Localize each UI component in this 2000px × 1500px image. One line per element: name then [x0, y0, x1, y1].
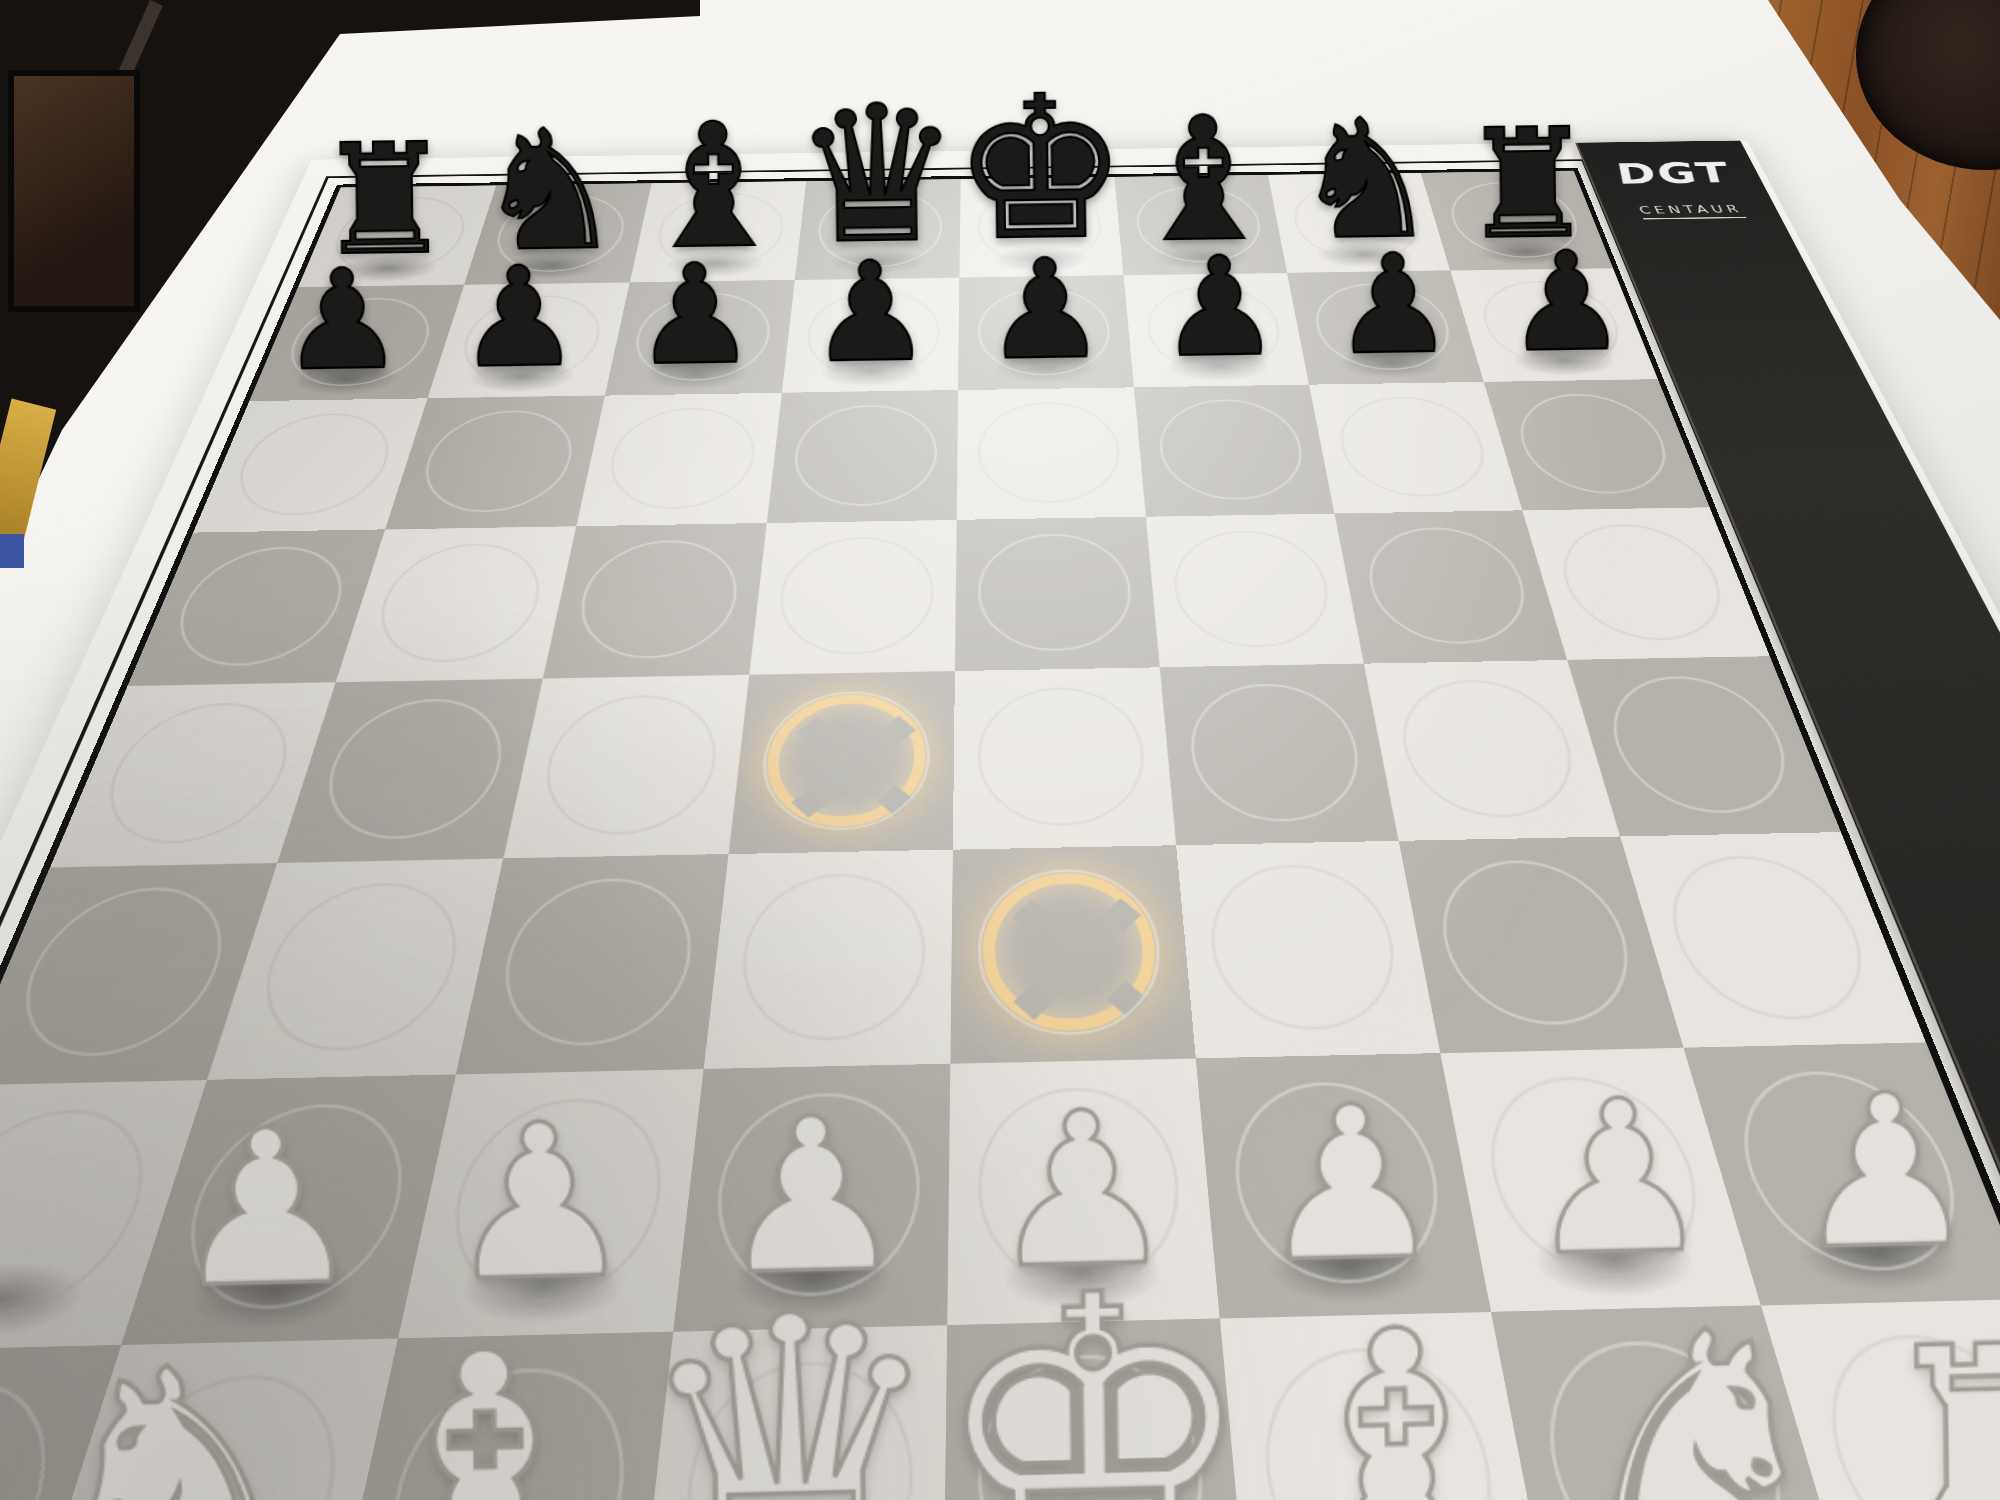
piece-white-pawn-b2[interactable]: ♟ — [168, 1100, 363, 1317]
square-f5[interactable] — [1146, 513, 1364, 667]
piece-white-bishop-f1[interactable]: ♝ — [1252, 1286, 1539, 1500]
square-f3[interactable] — [1176, 841, 1440, 1059]
board-surface: ♜♞♝♛♚♝♞♜♟♟♟♟♟♟♟♟♟♟♟♟♟♟♟♟♜♞♝♛♚♝♞♜ DGT CEN… — [0, 140, 2000, 1500]
square-c4[interactable] — [503, 675, 749, 859]
piece-white-king-e1[interactable]: ♚ — [927, 1245, 1259, 1500]
square-d6[interactable] — [767, 390, 958, 523]
led-ring-gap — [798, 717, 834, 746]
piece-black-pawn-f7[interactable]: ♟ — [1157, 238, 1281, 376]
square-c6[interactable] — [576, 393, 782, 526]
square-f4[interactable] — [1160, 664, 1399, 846]
square-e7[interactable]: ♟ — [958, 275, 1134, 390]
piece-black-pawn-d7[interactable]: ♟ — [808, 243, 933, 382]
piece-white-pawn-f2[interactable]: ♟ — [1255, 1076, 1446, 1291]
piece-black-pawn-e7[interactable]: ♟ — [983, 240, 1107, 378]
led-ring-d4 — [760, 693, 927, 828]
square-e1[interactable]: ♚ — [943, 1319, 1249, 1500]
centaur-model-label: CENTAUR — [1637, 203, 1746, 219]
square-f1[interactable]: ♝ — [1220, 1312, 1555, 1500]
square-d3[interactable] — [704, 850, 953, 1069]
piece-white-pawn-c2[interactable]: ♟ — [442, 1094, 636, 1310]
square-b7[interactable]: ♟ — [428, 282, 630, 398]
led-ring-gap — [1013, 983, 1053, 1021]
picture-frame — [8, 70, 140, 312]
square-e3[interactable] — [950, 845, 1196, 1064]
square-e4[interactable] — [953, 667, 1176, 849]
piece-black-pawn-h7[interactable]: ♟ — [1505, 233, 1628, 371]
gold-furniture-accent — [0, 399, 56, 546]
square-g7[interactable]: ♟ — [1287, 271, 1484, 385]
square-d5[interactable] — [749, 520, 956, 675]
square-d4[interactable] — [729, 671, 955, 854]
blue-object — [0, 534, 24, 568]
piece-black-pawn-g7[interactable]: ♟ — [1331, 235, 1454, 373]
piece-black-pawn-a7[interactable]: ♟ — [279, 250, 405, 389]
square-c5[interactable] — [543, 523, 767, 679]
piece-black-pawn-b7[interactable]: ♟ — [456, 248, 581, 387]
square-d7[interactable]: ♟ — [782, 278, 960, 393]
square-c7[interactable]: ♟ — [605, 280, 795, 396]
square-g1[interactable]: ♞ — [1491, 1306, 1857, 1500]
led-ring-gap — [791, 787, 828, 818]
piece-white-rook-h1[interactable]: ♜ — [1869, 1308, 2000, 1500]
piece-white-pawn-a2[interactable]: ♟ — [0, 1106, 89, 1324]
led-ring-gap — [1103, 898, 1142, 933]
piece-black-pawn-c7[interactable]: ♟ — [632, 245, 757, 384]
piece-white-knight-b1[interactable]: ♞ — [36, 1327, 318, 1500]
piece-white-pawn-h2[interactable]: ♟ — [1790, 1065, 1979, 1279]
square-e5[interactable] — [955, 517, 1160, 671]
dgt-logo: DGT — [1587, 156, 1761, 191]
led-ring-e3 — [982, 871, 1162, 1033]
square-d1[interactable]: ♛ — [635, 1325, 947, 1500]
chess-board-3d: ♜♞♝♛♚♝♞♜♟♟♟♟♟♟♟♟♟♟♟♟♟♟♟♟♜♞♝♛♚♝♞♜ DGT CEN… — [0, 140, 2000, 1500]
led-ring-gap — [1012, 900, 1051, 935]
square-e6[interactable] — [957, 387, 1146, 519]
led-ring-gap — [1107, 981, 1147, 1019]
led-ring-gap — [877, 785, 914, 816]
square-f7[interactable]: ♟ — [1124, 273, 1310, 387]
square-h7[interactable]: ♟ — [1450, 268, 1658, 382]
square-c1[interactable]: ♝ — [326, 1332, 674, 1500]
square-c3[interactable] — [456, 854, 729, 1074]
square-f6[interactable] — [1134, 385, 1334, 517]
photo-scene: ♜♞♝♛♚♝♞♜♟♟♟♟♟♟♟♟♟♟♟♟♟♟♟♟♜♞♝♛♚♝♞♜ DGT CEN… — [0, 0, 2000, 1500]
piece-white-knight-g1[interactable]: ♞ — [1559, 1291, 1833, 1500]
piece-white-queen-d1[interactable]: ♛ — [630, 1268, 949, 1500]
piece-white-bishop-c1[interactable]: ♝ — [338, 1308, 630, 1500]
piece-white-pawn-g2[interactable]: ♟ — [1523, 1071, 1713, 1285]
led-ring-gap — [881, 716, 917, 745]
